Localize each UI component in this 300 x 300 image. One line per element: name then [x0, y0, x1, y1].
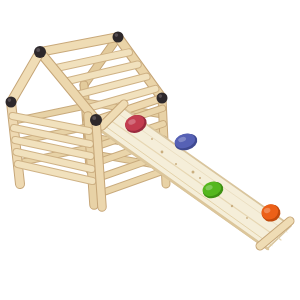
- wood-knot: [151, 138, 153, 140]
- wood-knot: [161, 151, 164, 154]
- wood-knot: [231, 205, 233, 207]
- wood-knot: [199, 177, 201, 179]
- climbing-frame-illustration: [0, 0, 300, 300]
- wood-knot: [192, 171, 195, 174]
- front-right-eave-knob: [90, 114, 102, 126]
- front-left-eave-knob: [6, 97, 17, 108]
- wood-knot: [246, 217, 248, 219]
- front-left-rafter: [11, 52, 40, 102]
- front-apex-knob: [34, 46, 46, 58]
- right-corner-post: [96, 120, 102, 207]
- back-apex-knob: [113, 32, 124, 43]
- wood-knot: [175, 163, 177, 165]
- product-photo-climbing-frame: [0, 0, 300, 300]
- back-right-eave-knob: [157, 93, 168, 104]
